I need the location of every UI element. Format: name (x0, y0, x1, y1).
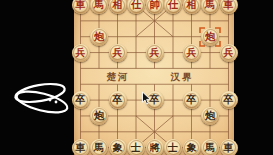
piece-black-elephant[interactable]: 象 (183, 139, 201, 155)
piece-red-cannon[interactable]: 炮 (90, 28, 108, 46)
piece-black-advisor[interactable]: 士 (127, 139, 145, 155)
piece-black-soldier[interactable]: 卒 (72, 91, 90, 109)
piece-black-chariot[interactable]: 車 (72, 139, 90, 155)
piece-black-general[interactable]: 將 (146, 139, 164, 155)
piece-black-chariot[interactable]: 車 (220, 139, 238, 155)
piece-black-elephant[interactable]: 象 (109, 139, 127, 155)
board-gridlines: 楚河 汉界 (74, 0, 234, 155)
piece-black-soldier[interactable]: 卒 (220, 91, 238, 109)
piece-red-soldier[interactable]: 兵 (109, 44, 127, 62)
piece-red-cannon[interactable]: 炮 (201, 28, 219, 46)
piece-black-soldier[interactable]: 卒 (109, 91, 127, 109)
video-frame: 楚河 汉界 車馬相仕帥仕相馬車炮炮兵兵兵兵兵卒卒卒卒卒炮炮車馬象士將士象馬車 (0, 0, 273, 155)
river-label-left: 楚河 (107, 71, 130, 82)
piece-black-cannon[interactable]: 炮 (201, 107, 219, 125)
piece-black-cannon[interactable]: 炮 (90, 107, 108, 125)
piece-red-soldier[interactable]: 兵 (183, 44, 201, 62)
piece-black-soldier[interactable]: 卒 (183, 91, 201, 109)
scribble-plane-logo (9, 76, 75, 122)
piece-red-soldier[interactable]: 兵 (220, 44, 238, 62)
piece-red-soldier[interactable]: 兵 (72, 44, 90, 62)
river-label-right: 汉界 (170, 72, 194, 82)
xiangqi-board[interactable]: 楚河 汉界 車馬相仕帥仕相馬車炮炮兵兵兵兵兵卒卒卒卒卒炮炮車馬象士將士象馬車 (74, 0, 234, 155)
piece-red-soldier[interactable]: 兵 (146, 44, 164, 62)
piece-black-horse[interactable]: 馬 (201, 139, 219, 155)
piece-black-soldier[interactable]: 卒 (146, 91, 164, 109)
piece-black-horse[interactable]: 馬 (90, 139, 108, 155)
piece-black-advisor[interactable]: 士 (164, 139, 182, 155)
